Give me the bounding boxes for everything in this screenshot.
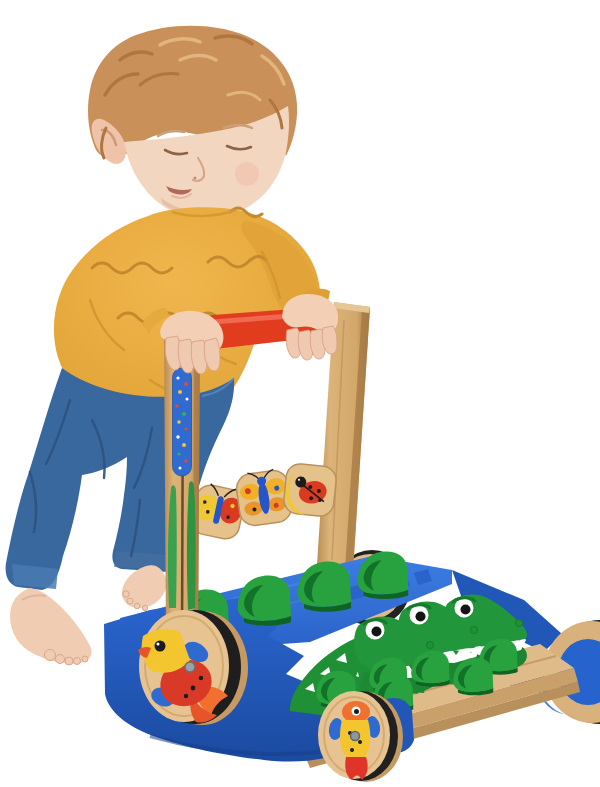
left-post <box>164 330 200 646</box>
cheek-blush <box>235 162 259 186</box>
cattail-art <box>173 368 192 476</box>
bottom-front-wheel <box>318 691 403 782</box>
product-photo: Toddler with curly strawberry-blonde hai… <box>0 0 600 787</box>
front-left-wheel <box>138 610 248 725</box>
ladybug-block <box>283 463 338 518</box>
